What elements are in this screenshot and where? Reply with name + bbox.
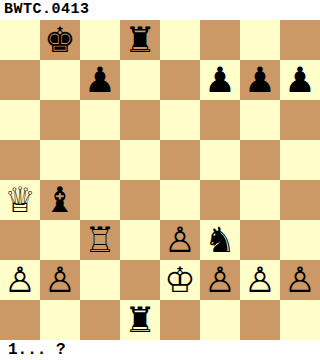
square-e7[interactable] [160,60,200,100]
square-b1[interactable] [40,300,80,340]
square-h6[interactable] [280,100,320,140]
square-h5[interactable] [280,140,320,180]
square-b4[interactable]: ♝ [40,180,80,220]
square-f1[interactable] [200,300,240,340]
square-c4[interactable] [80,180,120,220]
square-f8[interactable] [200,20,240,60]
square-e5[interactable] [160,140,200,180]
square-d7[interactable] [120,60,160,100]
square-b2[interactable]: ♙ [40,260,80,300]
piece-white-pawn: ♙ [204,260,235,300]
square-g1[interactable] [240,300,280,340]
piece-black-pawn: ♟ [84,60,115,100]
piece-black-rook: ♜ [124,300,155,340]
square-d5[interactable] [120,140,160,180]
piece-white-king: ♔ [164,260,195,300]
square-b5[interactable] [40,140,80,180]
square-d3[interactable] [120,220,160,260]
square-c1[interactable] [80,300,120,340]
move-prompt: 1... ? [0,340,320,360]
piece-white-pawn: ♙ [44,260,75,300]
chess-board: ♚♜♟♟♟♟♕♝♖♙♞♙♙♔♙♙♙♜ [0,20,320,340]
square-b8[interactable]: ♚ [40,20,80,60]
square-f7[interactable]: ♟ [200,60,240,100]
square-g2[interactable]: ♙ [240,260,280,300]
square-h1[interactable] [280,300,320,340]
square-d6[interactable] [120,100,160,140]
piece-white-rook: ♖ [84,220,115,260]
square-h4[interactable] [280,180,320,220]
square-c7[interactable]: ♟ [80,60,120,100]
piece-white-pawn: ♙ [244,260,275,300]
square-c8[interactable] [80,20,120,60]
piece-black-pawn: ♟ [244,60,275,100]
square-h7[interactable]: ♟ [280,60,320,100]
square-e6[interactable] [160,100,200,140]
piece-white-pawn: ♙ [284,260,315,300]
square-c5[interactable] [80,140,120,180]
square-a7[interactable] [0,60,40,100]
square-c6[interactable] [80,100,120,140]
square-g8[interactable] [240,20,280,60]
square-b6[interactable] [40,100,80,140]
square-a6[interactable] [0,100,40,140]
puzzle-id-label: BWTC.0413 [0,0,320,20]
piece-black-bishop: ♝ [44,180,75,220]
square-g4[interactable] [240,180,280,220]
piece-white-queen: ♕ [4,180,35,220]
square-a2[interactable]: ♙ [0,260,40,300]
square-d4[interactable] [120,180,160,220]
square-b3[interactable] [40,220,80,260]
square-e2[interactable]: ♔ [160,260,200,300]
square-a8[interactable] [0,20,40,60]
square-f5[interactable] [200,140,240,180]
square-f2[interactable]: ♙ [200,260,240,300]
square-a4[interactable]: ♕ [0,180,40,220]
square-h3[interactable] [280,220,320,260]
square-e4[interactable] [160,180,200,220]
piece-white-pawn: ♙ [4,260,35,300]
square-e3[interactable]: ♙ [160,220,200,260]
square-a3[interactable] [0,220,40,260]
piece-white-pawn: ♙ [164,220,195,260]
square-c3[interactable]: ♖ [80,220,120,260]
square-a1[interactable] [0,300,40,340]
square-g7[interactable]: ♟ [240,60,280,100]
piece-black-king: ♚ [44,20,75,60]
square-e8[interactable] [160,20,200,60]
square-e1[interactable] [160,300,200,340]
square-g3[interactable] [240,220,280,260]
square-a5[interactable] [0,140,40,180]
square-c2[interactable] [80,260,120,300]
square-d1[interactable]: ♜ [120,300,160,340]
piece-black-pawn: ♟ [284,60,315,100]
square-f3[interactable]: ♞ [200,220,240,260]
square-g6[interactable] [240,100,280,140]
square-h8[interactable] [280,20,320,60]
square-b7[interactable] [40,60,80,100]
square-g5[interactable] [240,140,280,180]
piece-black-pawn: ♟ [204,60,235,100]
square-f4[interactable] [200,180,240,220]
piece-black-rook: ♜ [124,20,155,60]
square-f6[interactable] [200,100,240,140]
piece-black-knight: ♞ [204,220,235,260]
square-d8[interactable]: ♜ [120,20,160,60]
square-h2[interactable]: ♙ [280,260,320,300]
square-d2[interactable] [120,260,160,300]
